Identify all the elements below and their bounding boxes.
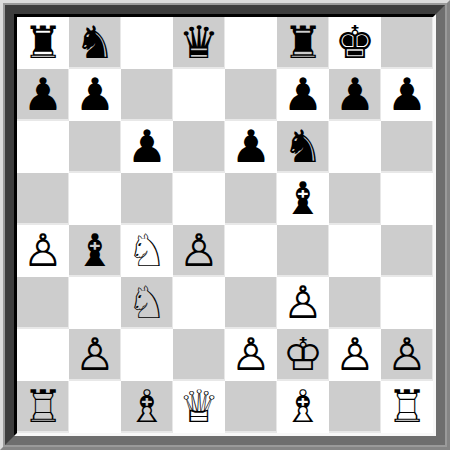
piece-white-pawn: ♙ (23, 225, 63, 277)
square-f6[interactable]: ♞ (277, 121, 329, 173)
board-frame-inner: ♜♞♛♜♚♟♟♟♟♟♟♟♞♝♙♝♘♙♘♙♙♙♔♙♙♖♗♕♗♖ (14, 14, 436, 436)
piece-white-king: ♔ (283, 329, 323, 381)
square-b5[interactable] (69, 173, 121, 225)
square-b4[interactable]: ♝ (69, 225, 121, 277)
square-e8[interactable] (225, 17, 277, 69)
piece-white-rook: ♖ (23, 381, 63, 433)
square-a5[interactable] (17, 173, 69, 225)
square-d7[interactable] (173, 69, 225, 121)
square-h3[interactable] (381, 277, 433, 329)
square-h4[interactable] (381, 225, 433, 277)
square-e4[interactable] (225, 225, 277, 277)
piece-black-king: ♚ (335, 17, 375, 69)
piece-white-queen: ♕ (179, 381, 219, 433)
piece-white-pawn: ♙ (231, 329, 271, 381)
square-h7[interactable]: ♟ (381, 69, 433, 121)
square-d1[interactable]: ♕ (173, 381, 225, 433)
square-c6[interactable]: ♟ (121, 121, 173, 173)
square-a6[interactable] (17, 121, 69, 173)
square-c2[interactable] (121, 329, 173, 381)
square-a2[interactable] (17, 329, 69, 381)
square-e7[interactable] (225, 69, 277, 121)
square-e6[interactable]: ♟ (225, 121, 277, 173)
piece-white-pawn: ♙ (335, 329, 375, 381)
piece-black-pawn: ♟ (283, 69, 323, 121)
square-d2[interactable] (173, 329, 225, 381)
piece-white-bishop: ♗ (283, 381, 323, 433)
square-g5[interactable] (329, 173, 381, 225)
square-f3[interactable]: ♙ (277, 277, 329, 329)
square-f5[interactable]: ♝ (277, 173, 329, 225)
square-a7[interactable]: ♟ (17, 69, 69, 121)
square-c3[interactable]: ♘ (121, 277, 173, 329)
piece-black-pawn: ♟ (23, 69, 63, 121)
square-b6[interactable] (69, 121, 121, 173)
square-b8[interactable]: ♞ (69, 17, 121, 69)
piece-white-knight: ♘ (127, 277, 167, 329)
square-d3[interactable] (173, 277, 225, 329)
square-d5[interactable] (173, 173, 225, 225)
piece-black-bishop: ♝ (75, 225, 115, 277)
square-g7[interactable]: ♟ (329, 69, 381, 121)
chess-board: ♜♞♛♜♚♟♟♟♟♟♟♟♞♝♙♝♘♙♘♙♙♙♔♙♙♖♗♕♗♖ (17, 17, 433, 433)
piece-white-pawn: ♙ (75, 329, 115, 381)
square-b2[interactable]: ♙ (69, 329, 121, 381)
piece-black-pawn: ♟ (335, 69, 375, 121)
square-g1[interactable] (329, 381, 381, 433)
piece-black-rook: ♜ (23, 17, 63, 69)
piece-white-pawn: ♙ (283, 277, 323, 329)
piece-black-pawn: ♟ (127, 121, 167, 173)
square-h5[interactable] (381, 173, 433, 225)
piece-white-knight: ♘ (127, 225, 167, 277)
square-h2[interactable]: ♙ (381, 329, 433, 381)
piece-black-knight: ♞ (75, 17, 115, 69)
chess-diagram: ♜♞♛♜♚♟♟♟♟♟♟♟♞♝♙♝♘♙♘♙♙♙♔♙♙♖♗♕♗♖ (0, 0, 450, 450)
board-frame-outer: ♜♞♛♜♚♟♟♟♟♟♟♟♞♝♙♝♘♙♘♙♙♙♔♙♙♖♗♕♗♖ (0, 0, 450, 450)
square-a4[interactable]: ♙ (17, 225, 69, 277)
piece-black-pawn: ♟ (75, 69, 115, 121)
square-b3[interactable] (69, 277, 121, 329)
square-a8[interactable]: ♜ (17, 17, 69, 69)
piece-white-rook: ♖ (387, 381, 427, 433)
square-c7[interactable] (121, 69, 173, 121)
square-e5[interactable] (225, 173, 277, 225)
square-g2[interactable]: ♙ (329, 329, 381, 381)
square-d8[interactable]: ♛ (173, 17, 225, 69)
square-h6[interactable] (381, 121, 433, 173)
square-c8[interactable] (121, 17, 173, 69)
square-f4[interactable] (277, 225, 329, 277)
square-g6[interactable] (329, 121, 381, 173)
square-c1[interactable]: ♗ (121, 381, 173, 433)
square-b1[interactable] (69, 381, 121, 433)
square-d6[interactable] (173, 121, 225, 173)
square-h8[interactable] (381, 17, 433, 69)
piece-white-pawn: ♙ (179, 225, 219, 277)
square-c4[interactable]: ♘ (121, 225, 173, 277)
piece-black-bishop: ♝ (283, 173, 323, 225)
square-a1[interactable]: ♖ (17, 381, 69, 433)
square-g8[interactable]: ♚ (329, 17, 381, 69)
square-h1[interactable]: ♖ (381, 381, 433, 433)
square-f8[interactable]: ♜ (277, 17, 329, 69)
square-f1[interactable]: ♗ (277, 381, 329, 433)
square-e2[interactable]: ♙ (225, 329, 277, 381)
square-e3[interactable] (225, 277, 277, 329)
piece-black-knight: ♞ (283, 121, 323, 173)
piece-white-bishop: ♗ (127, 381, 167, 433)
board-frame: ♜♞♛♜♚♟♟♟♟♟♟♟♞♝♙♝♘♙♘♙♙♙♔♙♙♖♗♕♗♖ (5, 5, 445, 445)
square-a3[interactable] (17, 277, 69, 329)
square-f2[interactable]: ♔ (277, 329, 329, 381)
piece-white-pawn: ♙ (387, 329, 427, 381)
square-g3[interactable] (329, 277, 381, 329)
piece-black-pawn: ♟ (231, 121, 271, 173)
square-b7[interactable]: ♟ (69, 69, 121, 121)
piece-black-rook: ♜ (283, 17, 323, 69)
piece-black-pawn: ♟ (387, 69, 427, 121)
square-f7[interactable]: ♟ (277, 69, 329, 121)
square-g4[interactable] (329, 225, 381, 277)
square-e1[interactable] (225, 381, 277, 433)
square-c5[interactable] (121, 173, 173, 225)
square-d4[interactable]: ♙ (173, 225, 225, 277)
piece-black-queen: ♛ (179, 17, 219, 69)
